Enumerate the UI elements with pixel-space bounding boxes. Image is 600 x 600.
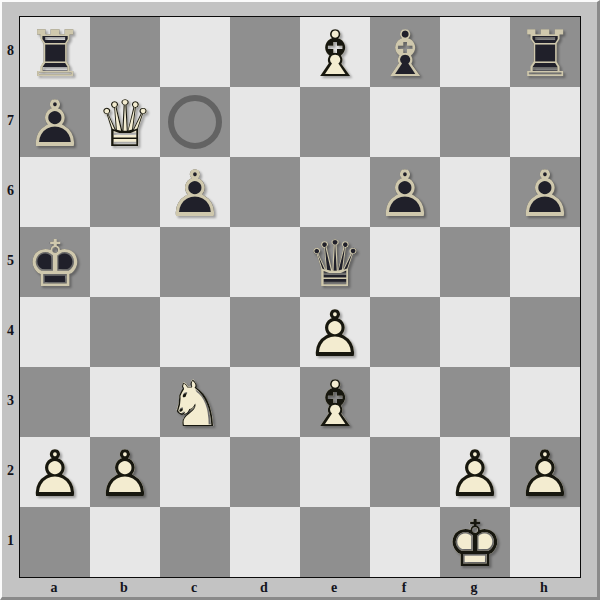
square-b1[interactable] [90,507,160,577]
square-f5[interactable] [370,227,440,297]
chess-board: ♜♖♝♗♝♗♜♖♟♙♛♕♟♙♟♙♟♙♚♔♛♕♟♙♞♘♝♗♟♙♟♙♟♙♟♙♚♔ [19,16,581,578]
square-f3[interactable] [370,367,440,437]
square-g3[interactable] [440,367,510,437]
square-c7[interactable] [160,87,230,157]
rank-label-1: 1 [2,506,19,576]
black-rook-outline: ♖ [510,19,580,89]
circle-annotation [168,95,222,149]
piece-black-pawn[interactable]: ♟♙ [370,157,440,227]
square-g4[interactable] [440,297,510,367]
square-g2[interactable]: ♟♙ [440,437,510,507]
square-c6[interactable]: ♟♙ [160,157,230,227]
square-h5[interactable] [510,227,580,297]
rank-label-6: 6 [2,156,19,226]
black-pawn-outline: ♙ [510,159,580,229]
square-d5[interactable] [230,227,300,297]
file-label-b: b [89,578,159,597]
square-b7[interactable]: ♛♕ [90,87,160,157]
piece-black-bishop[interactable]: ♝♗ [370,17,440,87]
square-c5[interactable] [160,227,230,297]
file-label-h: h [509,578,579,597]
file-label-c: c [159,578,229,597]
square-b3[interactable] [90,367,160,437]
square-b2[interactable]: ♟♙ [90,437,160,507]
white-pawn-outline: ♙ [20,439,90,509]
square-h8[interactable]: ♜♖ [510,17,580,87]
square-f6[interactable]: ♟♙ [370,157,440,227]
square-b6[interactable] [90,157,160,227]
piece-white-king[interactable]: ♚♔ [440,507,510,577]
square-h7[interactable] [510,87,580,157]
square-e6[interactable] [300,157,370,227]
white-pawn-outline: ♙ [510,439,580,509]
square-g6[interactable] [440,157,510,227]
piece-black-queen[interactable]: ♛♕ [300,227,370,297]
piece-black-pawn[interactable]: ♟♙ [20,87,90,157]
square-f7[interactable] [370,87,440,157]
square-d4[interactable] [230,297,300,367]
square-g1[interactable]: ♚♔ [440,507,510,577]
rank-label-7: 7 [2,86,19,156]
square-b4[interactable] [90,297,160,367]
piece-white-bishop[interactable]: ♝♗ [300,367,370,437]
piece-white-bishop[interactable]: ♝♗ [300,17,370,87]
black-queen-outline: ♕ [300,229,370,299]
square-d1[interactable] [230,507,300,577]
white-pawn-outline: ♙ [440,439,510,509]
square-g8[interactable] [440,17,510,87]
square-b8[interactable] [90,17,160,87]
square-c8[interactable] [160,17,230,87]
file-label-a: a [19,578,89,597]
rank-label-5: 5 [2,226,19,296]
white-knight-outline: ♘ [160,369,230,439]
square-f8[interactable]: ♝♗ [370,17,440,87]
piece-white-pawn[interactable]: ♟♙ [20,437,90,507]
square-h6[interactable]: ♟♙ [510,157,580,227]
square-e4[interactable]: ♟♙ [300,297,370,367]
square-h4[interactable] [510,297,580,367]
piece-black-pawn[interactable]: ♟♙ [510,157,580,227]
black-pawn-outline: ♙ [160,159,230,229]
white-bishop-outline: ♗ [300,369,370,439]
square-c1[interactable] [160,507,230,577]
square-a4[interactable] [20,297,90,367]
square-c3[interactable]: ♞♘ [160,367,230,437]
piece-black-pawn[interactable]: ♟♙ [160,157,230,227]
square-e2[interactable] [300,437,370,507]
file-label-e: e [299,578,369,597]
square-a6[interactable] [20,157,90,227]
square-a2[interactable]: ♟♙ [20,437,90,507]
black-pawn-outline: ♙ [20,89,90,159]
square-f4[interactable] [370,297,440,367]
piece-white-queen[interactable]: ♛♕ [90,87,160,157]
square-f2[interactable] [370,437,440,507]
white-king-outline: ♔ [440,509,510,579]
square-c2[interactable] [160,437,230,507]
piece-black-rook[interactable]: ♜♖ [510,17,580,87]
white-pawn-outline: ♙ [90,439,160,509]
piece-black-king[interactable]: ♚♔ [20,227,90,297]
black-pawn-outline: ♙ [370,159,440,229]
square-e8[interactable]: ♝♗ [300,17,370,87]
square-e7[interactable] [300,87,370,157]
piece-white-pawn[interactable]: ♟♙ [440,437,510,507]
square-d3[interactable] [230,367,300,437]
square-a3[interactable] [20,367,90,437]
square-b5[interactable] [90,227,160,297]
rank-label-3: 3 [2,366,19,436]
square-d2[interactable] [230,437,300,507]
piece-white-pawn[interactable]: ♟♙ [300,297,370,367]
board-frame: ♜♖♝♗♝♗♜♖♟♙♛♕♟♙♟♙♟♙♚♔♛♕♟♙♞♘♝♗♟♙♟♙♟♙♟♙♚♔ 8… [0,0,600,600]
square-e3[interactable]: ♝♗ [300,367,370,437]
black-king-outline: ♔ [20,229,90,299]
file-label-d: d [229,578,299,597]
square-a7[interactable]: ♟♙ [20,87,90,157]
square-a1[interactable] [20,507,90,577]
black-bishop-outline: ♗ [370,19,440,89]
square-d6[interactable] [230,157,300,227]
rank-label-2: 2 [2,436,19,506]
square-h3[interactable] [510,367,580,437]
white-pawn-outline: ♙ [300,299,370,369]
piece-black-rook[interactable]: ♜♖ [20,17,90,87]
square-g5[interactable] [440,227,510,297]
white-bishop-outline: ♗ [300,19,370,89]
square-h2[interactable]: ♟♙ [510,437,580,507]
piece-white-knight[interactable]: ♞♘ [160,367,230,437]
square-a5[interactable]: ♚♔ [20,227,90,297]
square-h1[interactable] [510,507,580,577]
black-rook-outline: ♖ [20,19,90,89]
square-f1[interactable] [370,507,440,577]
square-e5[interactable]: ♛♕ [300,227,370,297]
rank-label-4: 4 [2,296,19,366]
square-d7[interactable] [230,87,300,157]
square-d8[interactable] [230,17,300,87]
piece-white-pawn[interactable]: ♟♙ [90,437,160,507]
square-c4[interactable] [160,297,230,367]
square-a8[interactable]: ♜♖ [20,17,90,87]
file-label-g: g [439,578,509,597]
white-queen-outline: ♕ [90,89,160,159]
file-label-f: f [369,578,439,597]
rank-label-8: 8 [2,16,19,86]
square-e1[interactable] [300,507,370,577]
piece-white-pawn[interactable]: ♟♙ [510,437,580,507]
square-g7[interactable] [440,87,510,157]
